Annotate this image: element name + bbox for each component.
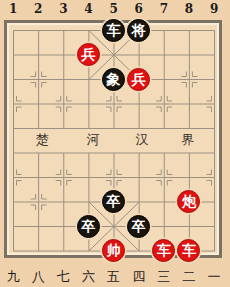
bottom-file-labels: 九八七六五四三二一 (1, 268, 228, 283)
top-file-label-6: 6 (126, 1, 151, 16)
red-soldier-piece[interactable]: 兵 (127, 68, 150, 91)
river-char-han: 汉 (136, 131, 149, 149)
top-file-label-8: 8 (176, 1, 201, 16)
river-char-he: 河 (87, 131, 100, 149)
bottom-file-label-7: 三 (151, 268, 176, 286)
xiangqi-board-app: 123456789 楚 河 汉 界 车将兵象兵卒炮卒卒帅车车 九八七六五四三二一 (0, 0, 230, 287)
top-file-label-9: 9 (202, 1, 227, 16)
red-general-piece[interactable]: 帅 (102, 239, 125, 262)
red-chariot-piece[interactable]: 车 (152, 239, 175, 262)
black-chariot-piece[interactable]: 车 (102, 19, 125, 42)
river-label: 楚 河 汉 界 (13, 131, 214, 150)
black-elephant-piece[interactable]: 象 (102, 68, 125, 91)
top-file-label-5: 5 (101, 1, 126, 16)
black-soldier-piece[interactable]: 卒 (102, 190, 125, 213)
bottom-file-label-4: 六 (76, 268, 101, 286)
bottom-file-label-1: 九 (1, 268, 26, 286)
bottom-file-label-3: 七 (51, 268, 76, 286)
top-file-label-7: 7 (151, 1, 176, 16)
black-soldier-piece[interactable]: 卒 (127, 215, 150, 238)
top-file-label-4: 4 (76, 1, 101, 16)
top-file-label-1: 1 (1, 1, 26, 16)
bottom-file-label-6: 四 (126, 268, 151, 286)
black-general-piece[interactable]: 将 (127, 19, 150, 42)
river-char-chu: 楚 (36, 131, 49, 149)
black-soldier-piece[interactable]: 卒 (77, 215, 100, 238)
red-chariot-piece[interactable]: 车 (177, 239, 200, 262)
top-file-label-3: 3 (51, 1, 76, 16)
bottom-file-label-8: 二 (176, 268, 201, 286)
bottom-file-label-5: 五 (101, 268, 126, 286)
bottom-file-label-2: 八 (26, 268, 51, 286)
red-soldier-piece[interactable]: 兵 (77, 43, 100, 66)
top-file-labels: 123456789 (1, 1, 228, 16)
bottom-file-label-9: 一 (202, 268, 227, 286)
river-char-jie: 界 (182, 131, 195, 149)
top-file-label-2: 2 (26, 1, 51, 16)
